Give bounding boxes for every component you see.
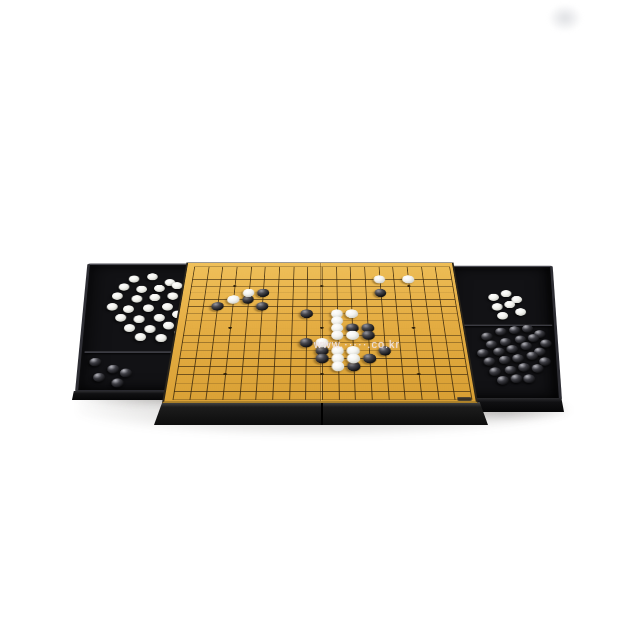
white-stone <box>347 354 360 363</box>
tray-white-stone <box>488 294 499 301</box>
star-point <box>228 327 232 329</box>
white-stone <box>402 275 415 283</box>
board-front-edge <box>154 402 488 425</box>
tray-black-stone <box>490 367 502 376</box>
white-stone <box>373 275 385 283</box>
tray-black-stone <box>93 373 105 382</box>
tray-white-stone <box>115 314 126 322</box>
grid-line-v <box>256 267 266 400</box>
tray-black-stone <box>519 363 531 372</box>
tray-black-stone <box>111 379 123 388</box>
tray-white-stone <box>491 303 502 310</box>
white-stone <box>346 309 358 317</box>
tray-white-stone <box>134 333 145 341</box>
grid-line-h <box>178 366 466 367</box>
black-stone <box>362 331 375 340</box>
grid-line-v <box>189 267 209 400</box>
grid-line-h <box>172 400 471 401</box>
board-front-seam <box>321 402 323 425</box>
star-point <box>223 373 227 375</box>
grid-line-v <box>305 267 308 400</box>
tray-white-stone <box>497 312 508 320</box>
white-stone <box>227 295 240 303</box>
tray-white-stone <box>154 285 165 292</box>
black-stone <box>363 354 376 363</box>
white-stone <box>331 331 344 340</box>
tray-white-stone <box>147 273 158 280</box>
tray-white-stone <box>144 325 155 333</box>
tray-black-stone <box>477 349 489 357</box>
tray-black-stone <box>513 354 525 362</box>
star-point <box>320 373 324 375</box>
grid-line-v <box>289 267 294 400</box>
tray-black-stone <box>509 326 520 334</box>
tray-black-stone <box>511 374 523 383</box>
tray-black-stone <box>493 347 504 355</box>
white-stone <box>331 361 344 371</box>
white-stone <box>242 289 255 297</box>
white-stone <box>346 331 359 340</box>
tray-white-stone <box>168 293 179 300</box>
tray-black-stone <box>526 352 538 360</box>
tray-black-stone <box>120 369 132 378</box>
tray-black-stone <box>540 339 552 347</box>
tray-white-stone <box>504 301 515 308</box>
tray-white-stone <box>131 295 142 302</box>
tray-white-stone <box>134 315 145 323</box>
star-point <box>320 285 323 287</box>
black-stone <box>211 302 224 310</box>
tray-white-stone <box>155 334 166 342</box>
tray-black-stone <box>522 325 533 333</box>
tray-white-stone <box>129 276 140 283</box>
grid-line-v <box>421 267 439 400</box>
tray-black-stone <box>496 327 507 335</box>
tray-black-stone <box>531 364 543 373</box>
tray-white-stone <box>143 304 154 312</box>
tray-black-stone <box>107 365 119 374</box>
tray-white-stone <box>112 293 123 300</box>
tray-white-stone <box>501 290 512 297</box>
tray-black-stone <box>505 366 517 375</box>
tray-black-stone <box>528 334 540 342</box>
star-point <box>417 373 421 375</box>
grid-line-v <box>272 267 280 400</box>
black-stone <box>374 289 386 297</box>
tray-white-stone <box>136 286 147 293</box>
corner-watermark <box>548 4 582 32</box>
tray-white-stone <box>149 294 160 301</box>
star-point <box>412 327 416 329</box>
white-stone <box>316 338 329 347</box>
grid-line-h <box>175 383 468 384</box>
grid-line-v <box>392 267 406 400</box>
tray-black-stone <box>520 342 532 350</box>
tray-black-stone <box>484 357 496 366</box>
tray-black-stone <box>499 356 511 364</box>
tray-black-stone <box>507 345 518 353</box>
black-stone <box>301 309 313 317</box>
black-stone <box>257 289 269 297</box>
tray-white-stone <box>162 303 173 311</box>
star-point <box>233 285 237 287</box>
black-stone <box>300 338 313 347</box>
tray-white-stone <box>124 324 135 332</box>
tray-black-stone <box>497 376 509 385</box>
grid-line-h <box>174 391 470 392</box>
tray-white-stone <box>163 321 174 329</box>
black-stone <box>315 354 328 363</box>
tray-white-stone <box>118 283 129 290</box>
grid-line-v <box>378 267 389 400</box>
board <box>162 262 478 403</box>
star-point <box>407 285 411 287</box>
grid-line-v <box>239 267 252 400</box>
tray-white-stone <box>515 308 526 316</box>
black-stone <box>378 346 391 355</box>
tray-black-stone <box>523 374 535 383</box>
tray-black-stone <box>89 358 101 367</box>
product-photo-scene: www.·····.co.kr <box>0 0 640 640</box>
tray-white-stone <box>123 306 134 314</box>
tray-white-stone <box>106 303 117 311</box>
black-stone <box>256 302 269 310</box>
tray-white-stone <box>154 314 165 322</box>
board-surface <box>162 262 478 403</box>
grid-line-v <box>206 267 224 400</box>
star-point <box>320 327 324 329</box>
